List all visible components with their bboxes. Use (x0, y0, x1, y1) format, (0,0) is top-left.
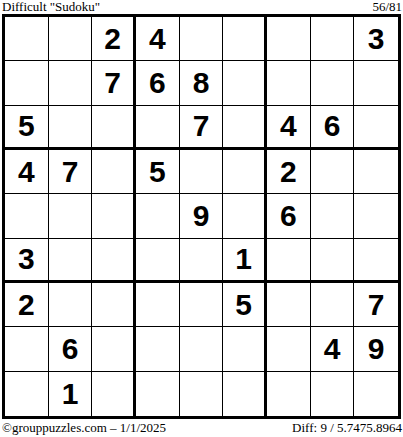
cell-r4c7-given: 2 (267, 150, 311, 194)
cell-r9c9-empty[interactable] (354, 372, 398, 416)
cell-r8c6-empty[interactable] (223, 327, 267, 371)
cell-r2c6-empty[interactable] (223, 61, 267, 105)
cell-r9c8-empty[interactable] (311, 372, 355, 416)
cell-r5c5-given: 9 (180, 194, 224, 238)
cell-r3c3-empty[interactable] (92, 106, 136, 150)
cell-r1c4-given: 4 (136, 17, 180, 61)
cell-r6c3-empty[interactable] (92, 239, 136, 283)
cell-r6c2-empty[interactable] (49, 239, 93, 283)
cell-r2c4-given: 6 (136, 61, 180, 105)
cell-r3c2-empty[interactable] (49, 106, 93, 150)
cell-r9c6-empty[interactable] (223, 372, 267, 416)
cell-r2c8-empty[interactable] (311, 61, 355, 105)
cell-r5c8-empty[interactable] (311, 194, 355, 238)
copyright-text: ©grouppuzzles.com – 1/1/2025 (2, 420, 166, 436)
cell-r7c4-empty[interactable] (136, 283, 180, 327)
cell-r3c7-given: 4 (267, 106, 311, 150)
cell-r6c9-empty[interactable] (354, 239, 398, 283)
cell-r5c1-empty[interactable] (5, 194, 49, 238)
cell-r8c9-given: 9 (354, 327, 398, 371)
cell-r8c8-given: 4 (311, 327, 355, 371)
cell-r3c6-empty[interactable] (223, 106, 267, 150)
cell-r3c9-empty[interactable] (354, 106, 398, 150)
cell-r7c2-empty[interactable] (49, 283, 93, 327)
cell-r7c3-empty[interactable] (92, 283, 136, 327)
cell-r6c5-empty[interactable] (180, 239, 224, 283)
header: Difficult "Sudoku" 56/81 (0, 0, 403, 14)
cell-r7c1-given: 2 (5, 283, 49, 327)
cell-r1c3-given: 2 (92, 17, 136, 61)
cell-r6c6-given: 1 (223, 239, 267, 283)
cell-r7c9-given: 7 (354, 283, 398, 327)
sudoku-grid: 2437685746475296312576491 (2, 14, 401, 419)
cell-r7c7-empty[interactable] (267, 283, 311, 327)
cell-r2c5-given: 8 (180, 61, 224, 105)
cell-r1c5-empty[interactable] (180, 17, 224, 61)
cell-r4c5-empty[interactable] (180, 150, 224, 194)
cell-r5c9-empty[interactable] (354, 194, 398, 238)
cell-r6c4-empty[interactable] (136, 239, 180, 283)
cell-r7c5-empty[interactable] (180, 283, 224, 327)
cell-r1c2-empty[interactable] (49, 17, 93, 61)
cell-r2c1-empty[interactable] (5, 61, 49, 105)
cell-r5c4-empty[interactable] (136, 194, 180, 238)
cell-r9c1-empty[interactable] (5, 372, 49, 416)
cell-r7c6-given: 5 (223, 283, 267, 327)
cell-r9c3-empty[interactable] (92, 372, 136, 416)
difficulty-text: Diff: 9 / 5.7475.8964 (292, 420, 402, 436)
footer: ©grouppuzzles.com – 1/1/2025 Diff: 9 / 5… (0, 419, 403, 437)
cell-r2c3-given: 7 (92, 61, 136, 105)
cell-r8c3-empty[interactable] (92, 327, 136, 371)
cell-r4c4-given: 5 (136, 150, 180, 194)
cell-r9c2-given: 1 (49, 372, 93, 416)
cell-r9c7-empty[interactable] (267, 372, 311, 416)
cell-r8c7-empty[interactable] (267, 327, 311, 371)
cell-r5c7-given: 6 (267, 194, 311, 238)
cell-r4c9-empty[interactable] (354, 150, 398, 194)
cell-r5c6-empty[interactable] (223, 194, 267, 238)
cell-r3c1-given: 5 (5, 106, 49, 150)
cell-r4c8-empty[interactable] (311, 150, 355, 194)
cell-r9c5-empty[interactable] (180, 372, 224, 416)
sudoku-page: Difficult "Sudoku" 56/81 243768574647529… (0, 0, 403, 437)
cell-r2c2-empty[interactable] (49, 61, 93, 105)
empty-cell-counter: 56/81 (372, 0, 402, 14)
cell-r8c5-empty[interactable] (180, 327, 224, 371)
cell-r9c4-empty[interactable] (136, 372, 180, 416)
cell-r3c4-empty[interactable] (136, 106, 180, 150)
cell-r8c1-empty[interactable] (5, 327, 49, 371)
cell-r1c1-empty[interactable] (5, 17, 49, 61)
cell-r3c8-given: 6 (311, 106, 355, 150)
cell-r2c9-empty[interactable] (354, 61, 398, 105)
cell-r2c7-empty[interactable] (267, 61, 311, 105)
cell-r4c6-empty[interactable] (223, 150, 267, 194)
cell-r7c8-empty[interactable] (311, 283, 355, 327)
cell-r3c5-given: 7 (180, 106, 224, 150)
cell-r8c2-given: 6 (49, 327, 93, 371)
cell-r5c2-empty[interactable] (49, 194, 93, 238)
cell-r6c1-given: 3 (5, 239, 49, 283)
cell-r1c9-given: 3 (354, 17, 398, 61)
cell-r8c4-empty[interactable] (136, 327, 180, 371)
cell-r5c3-empty[interactable] (92, 194, 136, 238)
cell-r4c3-empty[interactable] (92, 150, 136, 194)
cell-r1c7-empty[interactable] (267, 17, 311, 61)
cell-r1c6-empty[interactable] (223, 17, 267, 61)
cell-r6c7-empty[interactable] (267, 239, 311, 283)
page-title: Difficult "Sudoku" (2, 0, 100, 14)
cell-r1c8-empty[interactable] (311, 17, 355, 61)
cell-r4c1-given: 4 (5, 150, 49, 194)
cell-r6c8-empty[interactable] (311, 239, 355, 283)
cell-r4c2-given: 7 (49, 150, 93, 194)
